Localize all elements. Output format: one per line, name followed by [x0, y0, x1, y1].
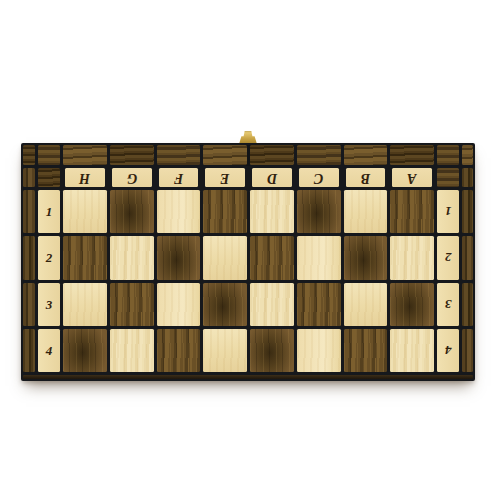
square-c4	[297, 329, 341, 372]
rank-label-right-1-text: 1	[445, 205, 452, 218]
box-right-edge	[462, 168, 473, 187]
file-label-c-text: C	[314, 171, 323, 185]
square-d4	[250, 329, 294, 372]
box-top-edge	[203, 145, 247, 165]
square-e2	[203, 236, 247, 279]
rank-label-right-4-text: 4	[445, 344, 452, 357]
file-label-h-text: H	[79, 171, 90, 185]
box-top-edge	[390, 145, 434, 165]
file-label-e-text: E	[220, 171, 229, 185]
square-b2	[344, 236, 388, 279]
box-top-edge	[250, 145, 294, 165]
box-top-edge	[462, 145, 473, 165]
square-b3	[344, 283, 388, 326]
square-e3	[203, 283, 247, 326]
square-d3	[250, 283, 294, 326]
square-c1	[297, 190, 341, 233]
rank-label-right-2-text: 2	[445, 251, 452, 264]
box-right-edge	[462, 329, 473, 372]
rank-label-left-1: 1	[38, 190, 60, 233]
rank-label-right-2: 2	[437, 236, 459, 279]
box-left-edge	[23, 168, 35, 187]
square-c2	[297, 236, 341, 279]
square-d1	[250, 190, 294, 233]
product-photo: HGFEDCBA11223344	[0, 0, 500, 500]
rank-label-left-2: 2	[38, 236, 60, 279]
box-left-edge	[23, 190, 35, 233]
box-top-edge	[157, 145, 201, 165]
box-top-edge	[297, 145, 341, 165]
box-left-edge	[23, 283, 35, 326]
box-right-edge	[462, 236, 473, 279]
rank-label-right-4: 4	[437, 329, 459, 372]
square-f3	[157, 283, 201, 326]
rank-label-left-4-text: 4	[46, 344, 53, 357]
square-a2	[390, 236, 434, 279]
rank-label-left-2-text: 2	[46, 251, 53, 264]
file-label-a: A	[392, 168, 432, 187]
square-e1	[203, 190, 247, 233]
square-g1	[110, 190, 154, 233]
square-c3	[297, 283, 341, 326]
file-label-d-text: D	[267, 171, 277, 185]
square-h1	[63, 190, 107, 233]
box-top-edge	[344, 145, 388, 165]
file-label-d: D	[252, 168, 292, 187]
square-g3	[110, 283, 154, 326]
rank-label-right-3-text: 3	[445, 298, 452, 311]
file-label-g: G	[112, 168, 152, 187]
file-label-f-text: F	[174, 171, 183, 185]
square-h4	[63, 329, 107, 372]
square-h2	[63, 236, 107, 279]
rank-label-left-3-text: 3	[46, 298, 53, 311]
file-label-a-text: A	[407, 171, 416, 185]
square-a3	[390, 283, 434, 326]
square-f2	[157, 236, 201, 279]
rank-label-right-3: 3	[437, 283, 459, 326]
box-right-edge	[462, 190, 473, 233]
box-left-edge	[23, 329, 35, 372]
border-corner	[437, 168, 459, 187]
square-g2	[110, 236, 154, 279]
square-f4	[157, 329, 201, 372]
square-b4	[344, 329, 388, 372]
box-top-edge	[63, 145, 107, 165]
box-bottom-edge	[23, 375, 473, 379]
box-left-edge	[23, 236, 35, 279]
square-e4	[203, 329, 247, 372]
border-corner	[38, 168, 60, 187]
rank-label-left-3: 3	[38, 283, 60, 326]
square-a4	[390, 329, 434, 372]
file-label-g-text: G	[127, 171, 137, 185]
square-b1	[344, 190, 388, 233]
box-top-edge	[38, 145, 60, 165]
box-top-edge	[110, 145, 154, 165]
square-d2	[250, 236, 294, 279]
box-right-edge	[462, 283, 473, 326]
file-label-c: C	[299, 168, 339, 187]
board: HGFEDCBA11223344	[21, 143, 475, 381]
rank-label-left-4: 4	[38, 329, 60, 372]
box-top-edge	[23, 145, 35, 165]
file-label-b-text: B	[361, 171, 370, 185]
rank-label-right-1: 1	[437, 190, 459, 233]
square-g4	[110, 329, 154, 372]
square-h3	[63, 283, 107, 326]
file-label-e: E	[205, 168, 245, 187]
file-label-h: H	[65, 168, 105, 187]
file-label-b: B	[346, 168, 386, 187]
square-f1	[157, 190, 201, 233]
file-label-f: F	[159, 168, 199, 187]
square-a1	[390, 190, 434, 233]
box-top-edge	[437, 145, 459, 165]
rank-label-left-1-text: 1	[46, 205, 53, 218]
